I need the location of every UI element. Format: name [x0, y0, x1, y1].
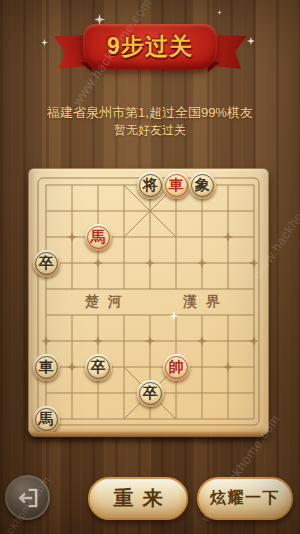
- rank-status: 福建省泉州市第1,超过全国99%棋友 暂无好友过关: [0, 104, 300, 139]
- exit-back-arrow-icon: [15, 485, 41, 511]
- level-banner: 9步过关: [0, 6, 300, 78]
- sparkle-icon: [41, 39, 48, 46]
- xiangqi-app-screen: 9步过关 福建省泉州市第1,超过全国99%棋友 暂无好友过关 楚河 漢界 将車象…: [0, 0, 300, 534]
- piece-glyph: 卒: [91, 360, 106, 375]
- board-bottom-edge: [30, 432, 265, 437]
- piece-glyph: 車: [169, 178, 184, 193]
- piece-black-馬[interactable]: 馬: [33, 406, 60, 433]
- sparkle-icon: [247, 37, 255, 45]
- piece-glyph: 卒: [143, 386, 158, 401]
- rank-status-line: 福建省泉州市第1,超过全国99%棋友: [0, 104, 300, 122]
- back-button[interactable]: [5, 475, 50, 520]
- sparkle-icon: [217, 10, 222, 15]
- river-label-han: 漢界: [183, 293, 229, 311]
- piece-glyph: 卒: [39, 256, 54, 271]
- piece-glyph: 象: [195, 178, 210, 193]
- piece-black-将[interactable]: 将: [137, 172, 164, 199]
- piece-black-卒[interactable]: 卒: [33, 250, 60, 277]
- show-off-button[interactable]: 炫耀一下: [197, 477, 293, 520]
- piece-glyph: 車: [39, 360, 54, 375]
- level-banner-title: 9步过关: [107, 31, 193, 62]
- piece-red-帥[interactable]: 帥: [163, 354, 190, 381]
- piece-glyph: 帥: [169, 360, 184, 375]
- piece-glyph: 将: [143, 178, 158, 193]
- xiangqi-board[interactable]: 楚河 漢界 将車象馬卒車卒帥卒馬: [28, 168, 269, 435]
- piece-glyph: 馬: [39, 412, 54, 427]
- ribbon-band: 9步过关: [83, 24, 217, 69]
- piece-red-車[interactable]: 車: [163, 172, 190, 199]
- piece-black-卒[interactable]: 卒: [137, 380, 164, 407]
- piece-black-車[interactable]: 車: [33, 354, 60, 381]
- piece-black-卒[interactable]: 卒: [85, 354, 112, 381]
- piece-black-象[interactable]: 象: [189, 172, 216, 199]
- river-label-chu: 楚河: [85, 293, 131, 311]
- piece-glyph: 馬: [91, 230, 106, 245]
- friends-status-line: 暂无好友过关: [0, 122, 300, 139]
- restart-button[interactable]: 重来: [88, 477, 188, 520]
- piece-red-馬[interactable]: 馬: [85, 224, 112, 251]
